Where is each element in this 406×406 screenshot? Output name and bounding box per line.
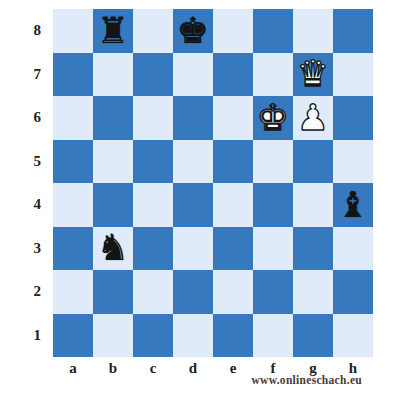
square-c1[interactable] [133,314,173,358]
chess-board: ♜♚♛♚♟♝♞ [53,9,373,357]
square-h3[interactable] [333,227,373,271]
square-a4[interactable] [53,183,93,227]
square-f6[interactable]: ♚ [253,96,293,140]
square-h4[interactable]: ♝ [333,183,373,227]
rank-label-5: 5 [0,140,44,184]
square-f3[interactable] [253,227,293,271]
square-h6[interactable] [333,96,373,140]
square-d2[interactable] [173,270,213,314]
rank-labels: 8 7 6 5 4 3 2 1 [0,9,44,357]
square-h8[interactable] [333,9,373,53]
rank-label-2: 2 [0,270,44,314]
square-d5[interactable] [173,140,213,184]
piece-black-rook[interactable]: ♜ [97,13,129,49]
piece-black-bishop[interactable]: ♝ [337,187,369,223]
square-c3[interactable] [133,227,173,271]
file-label-a: a [53,357,93,380]
square-h7[interactable] [333,53,373,97]
square-e6[interactable] [213,96,253,140]
square-d7[interactable] [173,53,213,97]
square-a2[interactable] [53,270,93,314]
square-a1[interactable] [53,314,93,358]
piece-white-king[interactable]: ♚ [257,100,289,136]
rank-label-4: 4 [0,183,44,227]
square-h2[interactable] [333,270,373,314]
square-c2[interactable] [133,270,173,314]
square-g2[interactable] [293,270,333,314]
square-g4[interactable] [293,183,333,227]
square-c6[interactable] [133,96,173,140]
rank-label-1: 1 [0,314,44,358]
square-a6[interactable] [53,96,93,140]
watermark-text: www.onlineschach.eu [252,374,363,386]
square-c8[interactable] [133,9,173,53]
rank-label-3: 3 [0,227,44,271]
square-a7[interactable] [53,53,93,97]
file-label-b: b [93,357,133,380]
square-f7[interactable] [253,53,293,97]
piece-black-king[interactable]: ♚ [177,13,209,49]
file-label-c: c [133,357,173,380]
square-e2[interactable] [213,270,253,314]
chess-diagram-page: 8 7 6 5 4 3 2 1 ♜♚♛♚♟♝♞ a b c d e f g h … [0,0,406,406]
square-f1[interactable] [253,314,293,358]
square-e8[interactable] [213,9,253,53]
square-e3[interactable] [213,227,253,271]
square-g3[interactable] [293,227,333,271]
square-e5[interactable] [213,140,253,184]
square-b8[interactable]: ♜ [93,9,133,53]
file-label-d: d [173,357,213,380]
square-g7[interactable]: ♛ [293,53,333,97]
square-f5[interactable] [253,140,293,184]
square-g8[interactable] [293,9,333,53]
square-a8[interactable] [53,9,93,53]
rank-label-6: 6 [0,96,44,140]
square-e7[interactable] [213,53,253,97]
square-b2[interactable] [93,270,133,314]
square-c4[interactable] [133,183,173,227]
square-e4[interactable] [213,183,253,227]
square-d6[interactable] [173,96,213,140]
square-d4[interactable] [173,183,213,227]
square-g1[interactable] [293,314,333,358]
square-c7[interactable] [133,53,173,97]
rank-label-7: 7 [0,53,44,97]
square-a3[interactable] [53,227,93,271]
piece-black-knight[interactable]: ♞ [97,230,129,266]
square-d8[interactable]: ♚ [173,9,213,53]
square-h5[interactable] [333,140,373,184]
square-h1[interactable] [333,314,373,358]
piece-white-queen[interactable]: ♛ [297,56,329,92]
square-b4[interactable] [93,183,133,227]
square-f2[interactable] [253,270,293,314]
piece-white-pawn[interactable]: ♟ [297,100,329,136]
square-c5[interactable] [133,140,173,184]
square-b6[interactable] [93,96,133,140]
square-b3[interactable]: ♞ [93,227,133,271]
square-a5[interactable] [53,140,93,184]
square-g5[interactable] [293,140,333,184]
square-b5[interactable] [93,140,133,184]
file-label-e: e [213,357,253,380]
square-g6[interactable]: ♟ [293,96,333,140]
square-b7[interactable] [93,53,133,97]
square-e1[interactable] [213,314,253,358]
square-f4[interactable] [253,183,293,227]
square-f8[interactable] [253,9,293,53]
square-d3[interactable] [173,227,213,271]
square-b1[interactable] [93,314,133,358]
rank-label-8: 8 [0,9,44,53]
square-d1[interactable] [173,314,213,358]
